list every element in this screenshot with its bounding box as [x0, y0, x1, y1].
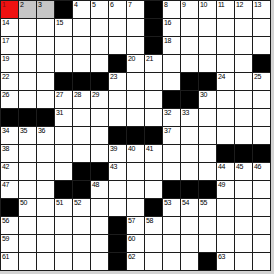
- cell-r7c7-black: [127, 127, 144, 144]
- cell-r4c12[interactable]: 24: [217, 73, 234, 90]
- cell-number-56: 56: [2, 217, 9, 225]
- cell-r7c10[interactable]: [181, 127, 198, 144]
- cell-r10c11-black: [199, 181, 216, 198]
- cell-r1c0[interactable]: 14: [1, 19, 18, 36]
- cell-r4c6[interactable]: 23: [109, 73, 126, 90]
- cell-number-62: 62: [128, 253, 135, 261]
- cell-r8c7[interactable]: 40: [127, 145, 144, 162]
- cell-number-52: 52: [74, 199, 81, 207]
- cell-r14c9[interactable]: [163, 253, 180, 270]
- cell-r14c13[interactable]: [235, 253, 252, 270]
- cell-r11c5[interactable]: [91, 199, 108, 216]
- cell-r10c14[interactable]: [253, 181, 270, 198]
- cell-r10c5[interactable]: 48: [91, 181, 108, 198]
- cell-r3c6-black: [109, 55, 126, 72]
- cell-number-5: 5: [92, 1, 95, 9]
- cell-number-2: 2: [20, 1, 23, 9]
- cell-number-45: 45: [236, 163, 243, 171]
- cell-number-33: 33: [182, 109, 189, 117]
- cell-number-53: 53: [164, 199, 171, 207]
- cell-r11c0-black: [1, 199, 18, 216]
- cell-r3c8[interactable]: 21: [145, 55, 162, 72]
- cell-number-40: 40: [128, 145, 135, 153]
- cell-r8c14-black: [253, 145, 270, 162]
- cell-number-18: 18: [164, 37, 171, 45]
- cell-number-43: 43: [110, 163, 117, 171]
- cell-r1c12[interactable]: [217, 19, 234, 36]
- cell-r11c8-black: [145, 199, 162, 216]
- cell-number-55: 55: [200, 199, 207, 207]
- cell-r12c7[interactable]: 57: [127, 217, 144, 234]
- cell-r1c6[interactable]: [109, 19, 126, 36]
- cell-r11c10[interactable]: 54: [181, 199, 198, 216]
- cell-r6c9[interactable]: 32: [163, 109, 180, 126]
- cell-r14c5[interactable]: [91, 253, 108, 270]
- cell-r13c1[interactable]: [19, 235, 36, 252]
- cell-number-14: 14: [2, 19, 9, 27]
- cell-r5c2[interactable]: [37, 91, 54, 108]
- cell-number-6: 6: [110, 1, 113, 9]
- cell-r5c6[interactable]: [109, 91, 126, 108]
- cell-number-57: 57: [128, 217, 135, 225]
- cell-r0c10[interactable]: 9: [181, 1, 198, 18]
- cell-r12c5[interactable]: [91, 217, 108, 234]
- cell-r10c13[interactable]: [235, 181, 252, 198]
- cell-number-30: 30: [200, 91, 207, 99]
- cell-r12c6-black: [109, 217, 126, 234]
- cell-r3c4[interactable]: [73, 55, 90, 72]
- cell-r10c12[interactable]: 49: [217, 181, 234, 198]
- cell-r4c10-black: [181, 73, 198, 90]
- cell-r0c13[interactable]: 12: [235, 1, 252, 18]
- cell-r8c12-black: [217, 145, 234, 162]
- cell-r14c12[interactable]: 63: [217, 253, 234, 270]
- cell-number-19: 19: [2, 55, 9, 63]
- cell-r13c7[interactable]: 60: [127, 235, 144, 252]
- cell-number-29: 29: [92, 91, 99, 99]
- cell-r1c1[interactable]: [19, 19, 36, 36]
- cell-number-60: 60: [128, 235, 135, 243]
- cell-r9c3[interactable]: [55, 163, 72, 180]
- cell-r3c5[interactable]: [91, 55, 108, 72]
- crossword-board: 1234567891011121314151617181920212223242…: [0, 0, 271, 271]
- cell-r9c12[interactable]: 44: [217, 163, 234, 180]
- cell-number-15: 15: [56, 19, 63, 27]
- cell-r11c14[interactable]: [253, 199, 270, 216]
- cell-number-46: 46: [254, 163, 261, 171]
- cell-r2c13[interactable]: [235, 37, 252, 54]
- cell-number-31: 31: [56, 109, 63, 117]
- cell-number-48: 48: [92, 181, 99, 189]
- cell-r2c12[interactable]: [217, 37, 234, 54]
- cell-r12c12[interactable]: [217, 217, 234, 234]
- cell-r5c1[interactable]: [19, 91, 36, 108]
- cell-r7c2[interactable]: 36: [37, 127, 54, 144]
- cell-number-8: 8: [164, 1, 167, 9]
- cell-r7c9[interactable]: 37: [163, 127, 180, 144]
- cell-r10c8[interactable]: [145, 181, 162, 198]
- cell-number-49: 49: [218, 181, 225, 189]
- cell-r0c3-black: [55, 1, 72, 18]
- cell-r0c5[interactable]: 5: [91, 1, 108, 18]
- cell-r2c4[interactable]: [73, 37, 90, 54]
- cell-r1c13[interactable]: [235, 19, 252, 36]
- cell-r12c11[interactable]: [199, 217, 216, 234]
- cell-r1c5[interactable]: [91, 19, 108, 36]
- cell-r2c8-black: [145, 37, 162, 54]
- cell-r13c11[interactable]: [199, 235, 216, 252]
- cell-r0c6[interactable]: 6: [109, 1, 126, 18]
- cell-r9c6[interactable]: 43: [109, 163, 126, 180]
- cell-r14c10[interactable]: [181, 253, 198, 270]
- cell-r5c12[interactable]: [217, 91, 234, 108]
- cell-r1c3[interactable]: 15: [55, 19, 72, 36]
- cell-r5c11[interactable]: 30: [199, 91, 216, 108]
- cell-r8c10[interactable]: [181, 145, 198, 162]
- cell-number-32: 32: [164, 109, 171, 117]
- cell-r3c13[interactable]: [235, 55, 252, 72]
- cell-r5c10-black: [181, 91, 198, 108]
- cell-r12c4[interactable]: [73, 217, 90, 234]
- cell-r5c14[interactable]: [253, 91, 270, 108]
- cell-r6c4[interactable]: [73, 109, 90, 126]
- cell-r8c5[interactable]: [91, 145, 108, 162]
- cell-number-36: 36: [38, 127, 45, 135]
- cell-number-10: 10: [200, 1, 207, 9]
- cell-r0c1[interactable]: 2: [19, 1, 36, 18]
- cell-r11c12[interactable]: [217, 199, 234, 216]
- cell-r1c9[interactable]: 16: [163, 19, 180, 36]
- cell-r14c3[interactable]: [55, 253, 72, 270]
- cell-r2c14[interactable]: [253, 37, 270, 54]
- cell-r11c6[interactable]: [109, 199, 126, 216]
- cell-r4c2[interactable]: [37, 73, 54, 90]
- cell-r7c13[interactable]: [235, 127, 252, 144]
- cell-r7c14[interactable]: [253, 127, 270, 144]
- cell-r0c9[interactable]: 8: [163, 1, 180, 18]
- cell-r4c11-black: [199, 73, 216, 90]
- cell-r14c6-black: [109, 253, 126, 270]
- cell-r1c11[interactable]: [199, 19, 216, 36]
- cell-r9c10[interactable]: [181, 163, 198, 180]
- cell-r13c12[interactable]: [217, 235, 234, 252]
- cell-r3c7[interactable]: 20: [127, 55, 144, 72]
- cell-r12c9[interactable]: [163, 217, 180, 234]
- cell-r2c1[interactable]: [19, 37, 36, 54]
- cell-r10c7[interactable]: [127, 181, 144, 198]
- cell-number-1: 1: [2, 1, 5, 9]
- cell-r5c7[interactable]: [127, 91, 144, 108]
- cell-number-4: 4: [74, 1, 77, 9]
- cell-r7c11[interactable]: [199, 127, 216, 144]
- cell-number-3: 3: [38, 1, 41, 9]
- cell-r2c6[interactable]: [109, 37, 126, 54]
- cell-r7c12[interactable]: [217, 127, 234, 144]
- cell-r14c0[interactable]: 61: [1, 253, 18, 270]
- cell-number-24: 24: [218, 73, 225, 81]
- cell-r6c6[interactable]: [109, 109, 126, 126]
- cell-r8c1[interactable]: [19, 145, 36, 162]
- cell-r10c1[interactable]: [19, 181, 36, 198]
- cell-r13c10[interactable]: [181, 235, 198, 252]
- cell-r11c9[interactable]: 53: [163, 199, 180, 216]
- cell-number-58: 58: [146, 217, 153, 225]
- cell-r10c0[interactable]: 47: [1, 181, 18, 198]
- cell-r13c9[interactable]: [163, 235, 180, 252]
- cell-r7c5[interactable]: [91, 127, 108, 144]
- cell-r0c4[interactable]: 4: [73, 1, 90, 18]
- cell-r8c0[interactable]: 38: [1, 145, 18, 162]
- cell-r6c8[interactable]: [145, 109, 162, 126]
- cell-r13c0[interactable]: 59: [1, 235, 18, 252]
- cell-r10c6[interactable]: [109, 181, 126, 198]
- cell-r3c9[interactable]: [163, 55, 180, 72]
- cell-number-28: 28: [74, 91, 81, 99]
- cell-r5c4[interactable]: 28: [73, 91, 90, 108]
- cell-r9c0[interactable]: 42: [1, 163, 18, 180]
- cell-r14c8[interactable]: [145, 253, 162, 270]
- cell-r9c5-black: [91, 163, 108, 180]
- cell-r11c4[interactable]: 52: [73, 199, 90, 216]
- cell-r11c11[interactable]: 55: [199, 199, 216, 216]
- cell-r6c3[interactable]: 31: [55, 109, 72, 126]
- cell-r5c0[interactable]: 26: [1, 91, 18, 108]
- cell-r7c1[interactable]: 35: [19, 127, 36, 144]
- cell-number-26: 26: [2, 91, 9, 99]
- cell-r12c3[interactable]: [55, 217, 72, 234]
- cell-r3c10[interactable]: [181, 55, 198, 72]
- cell-r10c10-black: [181, 181, 198, 198]
- cell-r10c3-black: [55, 181, 72, 198]
- cell-r6c12[interactable]: [217, 109, 234, 126]
- cell-r3c0[interactable]: 19: [1, 55, 18, 72]
- cell-number-61: 61: [2, 253, 9, 261]
- cell-number-42: 42: [2, 163, 9, 171]
- cell-r10c2[interactable]: [37, 181, 54, 198]
- cell-r9c9[interactable]: [163, 163, 180, 180]
- cell-r5c9-black: [163, 91, 180, 108]
- cell-r7c0[interactable]: 34: [1, 127, 18, 144]
- cell-r13c4[interactable]: [73, 235, 90, 252]
- cell-r12c0[interactable]: 56: [1, 217, 18, 234]
- cell-r7c8-black: [145, 127, 162, 144]
- cell-r0c12[interactable]: 11: [217, 1, 234, 18]
- cell-r4c8[interactable]: [145, 73, 162, 90]
- cell-r5c3[interactable]: 27: [55, 91, 72, 108]
- cell-r12c13[interactable]: [235, 217, 252, 234]
- cell-r4c13[interactable]: [235, 73, 252, 90]
- cell-r8c2[interactable]: [37, 145, 54, 162]
- cell-r14c11-black: [199, 253, 216, 270]
- cell-r13c5[interactable]: [91, 235, 108, 252]
- cell-r0c8-black: [145, 1, 162, 18]
- cell-r0c2[interactable]: 3: [37, 1, 54, 18]
- cell-number-17: 17: [2, 37, 9, 45]
- cell-r12c1[interactable]: [19, 217, 36, 234]
- cell-r6c10[interactable]: 33: [181, 109, 198, 126]
- cell-r2c10[interactable]: [181, 37, 198, 54]
- cell-r0c14[interactable]: 13: [253, 1, 270, 18]
- cell-r2c11[interactable]: [199, 37, 216, 54]
- cell-r11c13[interactable]: [235, 199, 252, 216]
- cell-r1c2[interactable]: [37, 19, 54, 36]
- cell-r7c6-black: [109, 127, 126, 144]
- cell-number-38: 38: [2, 145, 9, 153]
- cell-r4c9[interactable]: [163, 73, 180, 90]
- cell-number-22: 22: [2, 73, 9, 81]
- cell-r3c14-black: [253, 55, 270, 72]
- cell-r8c9[interactable]: [163, 145, 180, 162]
- cell-r3c3[interactable]: [55, 55, 72, 72]
- cell-r8c13-black: [235, 145, 252, 162]
- cell-r2c9[interactable]: 18: [163, 37, 180, 54]
- cell-r2c0[interactable]: 17: [1, 37, 18, 54]
- cell-r4c7[interactable]: [127, 73, 144, 90]
- cell-number-34: 34: [2, 127, 9, 135]
- cell-r12c8[interactable]: 58: [145, 217, 162, 234]
- cell-r0c7[interactable]: 7: [127, 1, 144, 18]
- cell-number-51: 51: [56, 199, 63, 207]
- cell-r1c8-black: [145, 19, 162, 36]
- cell-r12c10[interactable]: [181, 217, 198, 234]
- cell-r1c10[interactable]: [181, 19, 198, 36]
- cell-r5c13[interactable]: [235, 91, 252, 108]
- cell-r9c1[interactable]: [19, 163, 36, 180]
- cell-r1c14[interactable]: [253, 19, 270, 36]
- cell-r4c14[interactable]: 25: [253, 73, 270, 90]
- cell-r11c2[interactable]: [37, 199, 54, 216]
- cell-r13c2[interactable]: [37, 235, 54, 252]
- cell-r6c2-black: [37, 109, 54, 126]
- cell-r14c7[interactable]: 62: [127, 253, 144, 270]
- cell-r11c3[interactable]: 51: [55, 199, 72, 216]
- cell-r3c2[interactable]: [37, 55, 54, 72]
- cell-r12c2[interactable]: [37, 217, 54, 234]
- cell-number-63: 63: [218, 253, 225, 261]
- cell-r2c7[interactable]: [127, 37, 144, 54]
- cell-r9c4-black: [73, 163, 90, 180]
- cell-number-39: 39: [110, 145, 117, 153]
- cell-r13c13[interactable]: [235, 235, 252, 252]
- cell-r6c5[interactable]: [91, 109, 108, 126]
- cell-number-25: 25: [254, 73, 261, 81]
- cell-r2c2[interactable]: [37, 37, 54, 54]
- cell-r5c8[interactable]: [145, 91, 162, 108]
- cell-r4c1[interactable]: [19, 73, 36, 90]
- cell-r7c3[interactable]: [55, 127, 72, 144]
- cell-number-11: 11: [218, 1, 224, 9]
- cell-number-27: 27: [56, 91, 63, 99]
- cell-r2c3[interactable]: [55, 37, 72, 54]
- cell-number-23: 23: [110, 73, 117, 81]
- cell-r10c4-black: [73, 181, 90, 198]
- cell-r12c14[interactable]: [253, 217, 270, 234]
- cell-r14c1[interactable]: [19, 253, 36, 270]
- cell-r11c1[interactable]: 50: [19, 199, 36, 216]
- cell-r0c0[interactable]: 1: [1, 1, 18, 18]
- cell-r6c1-black: [19, 109, 36, 126]
- cell-number-41: 41: [146, 145, 153, 153]
- cell-r14c14[interactable]: [253, 253, 270, 270]
- cell-r6c13[interactable]: [235, 109, 252, 126]
- cell-number-7: 7: [128, 1, 131, 9]
- cell-r8c4[interactable]: [73, 145, 90, 162]
- cell-number-59: 59: [2, 235, 9, 243]
- cell-r1c4[interactable]: [73, 19, 90, 36]
- cell-r13c3[interactable]: [55, 235, 72, 252]
- cell-r9c13[interactable]: 45: [235, 163, 252, 180]
- cell-r1c7[interactable]: [127, 19, 144, 36]
- cell-r6c11[interactable]: [199, 109, 216, 126]
- cell-number-44: 44: [218, 163, 225, 171]
- cell-r2c5[interactable]: [91, 37, 108, 54]
- cell-r3c11[interactable]: [199, 55, 216, 72]
- cell-r4c4-black: [73, 73, 90, 90]
- cell-number-9: 9: [182, 1, 185, 9]
- cell-r8c6[interactable]: 39: [109, 145, 126, 162]
- cell-r8c8[interactable]: 41: [145, 145, 162, 162]
- cell-r0c11[interactable]: 10: [199, 1, 216, 18]
- cell-number-47: 47: [2, 181, 9, 189]
- cell-r13c14[interactable]: [253, 235, 270, 252]
- cell-number-54: 54: [182, 199, 189, 207]
- cell-r3c12[interactable]: [217, 55, 234, 72]
- cell-number-16: 16: [164, 19, 171, 27]
- cell-number-13: 13: [254, 1, 261, 9]
- cell-r9c11[interactable]: [199, 163, 216, 180]
- cell-r4c0[interactable]: 22: [1, 73, 18, 90]
- cell-number-37: 37: [164, 127, 171, 135]
- cell-r4c3-black: [55, 73, 72, 90]
- cell-r14c2[interactable]: [37, 253, 54, 270]
- cell-r5c5[interactable]: 29: [91, 91, 108, 108]
- cell-r9c7[interactable]: [127, 163, 144, 180]
- cell-r3c1[interactable]: [19, 55, 36, 72]
- cell-number-35: 35: [20, 127, 27, 135]
- cell-r6c7[interactable]: [127, 109, 144, 126]
- cell-r9c8[interactable]: [145, 163, 162, 180]
- cell-number-20: 20: [128, 55, 135, 63]
- cell-number-12: 12: [236, 1, 243, 9]
- cell-r8c3[interactable]: [55, 145, 72, 162]
- cell-number-21: 21: [146, 55, 153, 63]
- cell-r13c8[interactable]: [145, 235, 162, 252]
- cell-r14c4[interactable]: [73, 253, 90, 270]
- cell-r9c2[interactable]: [37, 163, 54, 180]
- cell-r8c11[interactable]: [199, 145, 216, 162]
- cell-r6c0-black: [1, 109, 18, 126]
- cell-r9c14[interactable]: 46: [253, 163, 270, 180]
- cell-r11c7[interactable]: [127, 199, 144, 216]
- cell-r6c14[interactable]: [253, 109, 270, 126]
- cell-r7c4[interactable]: [73, 127, 90, 144]
- cell-r10c9-black: [163, 181, 180, 198]
- cell-r13c6-black: [109, 235, 126, 252]
- cell-r4c5-black: [91, 73, 108, 90]
- cell-number-50: 50: [20, 199, 27, 207]
